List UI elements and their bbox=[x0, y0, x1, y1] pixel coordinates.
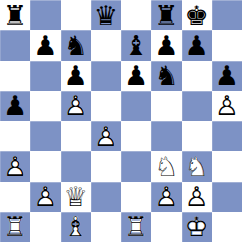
square-d4[interactable]: ♟♙ bbox=[91, 121, 121, 151]
square-b8[interactable] bbox=[30, 0, 60, 30]
white-pawn-outline: ♙ bbox=[0, 151, 30, 181]
square-e3[interactable] bbox=[121, 151, 151, 181]
piece-black-pawn[interactable]: ♟ bbox=[30, 30, 60, 60]
square-e8[interactable] bbox=[121, 0, 151, 30]
piece-black-king[interactable]: ♚ bbox=[182, 0, 212, 30]
square-g7[interactable]: ♟ bbox=[182, 30, 212, 60]
square-d5[interactable] bbox=[91, 91, 121, 121]
black-king-glyph: ♚ bbox=[182, 0, 212, 30]
white-rook-outline: ♖ bbox=[0, 212, 30, 242]
square-a1[interactable]: ♜♖ bbox=[0, 212, 30, 242]
piece-black-rook[interactable]: ♜ bbox=[0, 0, 30, 30]
square-g8[interactable]: ♚ bbox=[182, 0, 212, 30]
white-pawn-outline: ♙ bbox=[212, 91, 242, 121]
square-c2[interactable]: ♛♕ bbox=[61, 182, 91, 212]
square-h3[interactable] bbox=[212, 151, 242, 181]
square-e7[interactable]: ♝ bbox=[121, 30, 151, 60]
piece-white-king[interactable]: ♚♔ bbox=[182, 212, 212, 242]
piece-black-pawn[interactable]: ♟ bbox=[212, 61, 242, 91]
square-h7[interactable] bbox=[212, 30, 242, 60]
piece-white-pawn[interactable]: ♟♙ bbox=[212, 91, 242, 121]
piece-white-pawn[interactable]: ♟♙ bbox=[0, 151, 30, 181]
black-pawn-glyph: ♟ bbox=[0, 91, 30, 121]
piece-black-pawn[interactable]: ♟ bbox=[61, 61, 91, 91]
square-d6[interactable] bbox=[91, 61, 121, 91]
piece-black-rook[interactable]: ♜ bbox=[151, 0, 181, 30]
chess-board: ♜♛♜♚♟♞♝♟♟♟♟♞♟♟♟♙♟♙♟♙♟♙♞♘♞♘♟♙♛♕♟♙♟♙♜♖♝♗♜♖… bbox=[0, 0, 242, 242]
square-c7[interactable]: ♞ bbox=[61, 30, 91, 60]
square-c5[interactable]: ♟♙ bbox=[61, 91, 91, 121]
square-b3[interactable] bbox=[30, 151, 60, 181]
white-knight-outline: ♘ bbox=[151, 151, 181, 181]
square-a8[interactable]: ♜ bbox=[0, 0, 30, 30]
black-rook-glyph: ♜ bbox=[0, 0, 30, 30]
black-pawn-glyph: ♟ bbox=[212, 61, 242, 91]
square-c3[interactable] bbox=[61, 151, 91, 181]
square-d8[interactable]: ♛ bbox=[91, 0, 121, 30]
piece-white-pawn[interactable]: ♟♙ bbox=[61, 91, 91, 121]
white-pawn-outline: ♙ bbox=[182, 182, 212, 212]
piece-black-knight[interactable]: ♞ bbox=[151, 61, 181, 91]
piece-white-pawn[interactable]: ♟♙ bbox=[30, 182, 60, 212]
white-knight-outline: ♘ bbox=[182, 151, 212, 181]
piece-black-pawn[interactable]: ♟ bbox=[182, 30, 212, 60]
black-pawn-glyph: ♟ bbox=[30, 30, 60, 60]
square-a7[interactable] bbox=[0, 30, 30, 60]
piece-black-knight[interactable]: ♞ bbox=[61, 30, 91, 60]
square-h8[interactable] bbox=[212, 0, 242, 30]
piece-white-knight[interactable]: ♞♘ bbox=[182, 151, 212, 181]
square-g2[interactable]: ♟♙ bbox=[182, 182, 212, 212]
piece-white-pawn[interactable]: ♟♙ bbox=[91, 121, 121, 151]
black-pawn-glyph: ♟ bbox=[61, 61, 91, 91]
square-f4[interactable] bbox=[151, 121, 181, 151]
white-king-outline: ♔ bbox=[182, 212, 212, 242]
square-e6[interactable]: ♟ bbox=[121, 61, 151, 91]
square-d2[interactable] bbox=[91, 182, 121, 212]
piece-black-pawn[interactable]: ♟ bbox=[151, 30, 181, 60]
square-d7[interactable] bbox=[91, 30, 121, 60]
white-queen-outline: ♕ bbox=[61, 182, 91, 212]
piece-black-pawn[interactable]: ♟ bbox=[0, 91, 30, 121]
square-c1[interactable]: ♝♗ bbox=[61, 212, 91, 242]
square-e1[interactable]: ♜♖ bbox=[121, 212, 151, 242]
square-h2[interactable] bbox=[212, 182, 242, 212]
square-d3[interactable] bbox=[91, 151, 121, 181]
square-h1[interactable] bbox=[212, 212, 242, 242]
square-a6[interactable] bbox=[0, 61, 30, 91]
square-f2[interactable]: ♟♙ bbox=[151, 182, 181, 212]
square-b7[interactable]: ♟ bbox=[30, 30, 60, 60]
black-pawn-glyph: ♟ bbox=[121, 61, 151, 91]
square-e5[interactable] bbox=[121, 91, 151, 121]
white-pawn-outline: ♙ bbox=[91, 121, 121, 151]
square-g5[interactable] bbox=[182, 91, 212, 121]
square-b6[interactable] bbox=[30, 61, 60, 91]
piece-white-rook[interactable]: ♜♖ bbox=[121, 212, 151, 242]
square-f3[interactable]: ♞♘ bbox=[151, 151, 181, 181]
black-knight-glyph: ♞ bbox=[151, 61, 181, 91]
square-a3[interactable]: ♟♙ bbox=[0, 151, 30, 181]
square-g4[interactable] bbox=[182, 121, 212, 151]
white-pawn-outline: ♙ bbox=[61, 91, 91, 121]
black-queen-glyph: ♛ bbox=[91, 0, 121, 30]
piece-black-queen[interactable]: ♛ bbox=[91, 0, 121, 30]
square-h5[interactable]: ♟♙ bbox=[212, 91, 242, 121]
piece-white-pawn[interactable]: ♟♙ bbox=[151, 182, 181, 212]
square-d1[interactable] bbox=[91, 212, 121, 242]
square-b4[interactable] bbox=[30, 121, 60, 151]
white-pawn-outline: ♙ bbox=[30, 182, 60, 212]
square-f6[interactable]: ♞ bbox=[151, 61, 181, 91]
square-b5[interactable] bbox=[30, 91, 60, 121]
square-f1[interactable] bbox=[151, 212, 181, 242]
white-pawn-outline: ♙ bbox=[151, 182, 181, 212]
square-f5[interactable] bbox=[151, 91, 181, 121]
white-rook-outline: ♖ bbox=[121, 212, 151, 242]
square-g3[interactable]: ♞♘ bbox=[182, 151, 212, 181]
black-knight-glyph: ♞ bbox=[61, 30, 91, 60]
square-f8[interactable]: ♜ bbox=[151, 0, 181, 30]
square-a4[interactable] bbox=[0, 121, 30, 151]
black-pawn-glyph: ♟ bbox=[182, 30, 212, 60]
piece-white-queen[interactable]: ♛♕ bbox=[61, 182, 91, 212]
piece-white-pawn[interactable]: ♟♙ bbox=[182, 182, 212, 212]
square-h4[interactable] bbox=[212, 121, 242, 151]
black-bishop-glyph: ♝ bbox=[121, 30, 151, 60]
white-bishop-outline: ♗ bbox=[61, 212, 91, 242]
square-e4[interactable] bbox=[121, 121, 151, 151]
square-b2[interactable]: ♟♙ bbox=[30, 182, 60, 212]
black-pawn-glyph: ♟ bbox=[151, 30, 181, 60]
square-f7[interactable]: ♟ bbox=[151, 30, 181, 60]
square-b1[interactable] bbox=[30, 212, 60, 242]
square-g6[interactable] bbox=[182, 61, 212, 91]
piece-black-bishop[interactable]: ♝ bbox=[121, 30, 151, 60]
square-h6[interactable]: ♟ bbox=[212, 61, 242, 91]
piece-white-rook[interactable]: ♜♖ bbox=[0, 212, 30, 242]
square-c8[interactable] bbox=[61, 0, 91, 30]
square-a5[interactable]: ♟ bbox=[0, 91, 30, 121]
square-c4[interactable] bbox=[61, 121, 91, 151]
black-rook-glyph: ♜ bbox=[151, 0, 181, 30]
square-c6[interactable]: ♟ bbox=[61, 61, 91, 91]
piece-white-knight[interactable]: ♞♘ bbox=[151, 151, 181, 181]
square-a2[interactable] bbox=[0, 182, 30, 212]
square-g1[interactable]: ♚♔ bbox=[182, 212, 212, 242]
piece-black-pawn[interactable]: ♟ bbox=[121, 61, 151, 91]
square-e2[interactable] bbox=[121, 182, 151, 212]
piece-white-bishop[interactable]: ♝♗ bbox=[61, 212, 91, 242]
